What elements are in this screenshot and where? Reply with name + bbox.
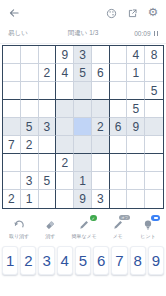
undo-label: 取り消す — [9, 233, 29, 239]
cell-r4c6[interactable] — [92, 100, 110, 118]
cell-r2c3[interactable]: 2 — [39, 64, 57, 82]
share-icon — [127, 8, 138, 19]
cell-r1c1[interactable] — [3, 46, 21, 64]
notes-label: メモ — [113, 233, 123, 239]
cell-r7c2[interactable] — [21, 154, 39, 172]
cell-r9c2[interactable]: 1 — [21, 190, 39, 208]
timer: 00:09 — [134, 30, 150, 37]
cell-r7c4[interactable]: 2 — [56, 154, 74, 172]
toolbar: 取り消す 消す ✓ 簡 — [0, 218, 166, 239]
cell-r5c9[interactable] — [145, 118, 163, 136]
cell-r5c5[interactable] — [74, 118, 92, 136]
cell-r8c6[interactable] — [92, 172, 110, 190]
cell-r3c3[interactable] — [39, 82, 57, 100]
cell-r3c7[interactable] — [110, 82, 128, 100]
pencil-icon — [78, 219, 90, 231]
numpad-key-4[interactable]: 4 — [57, 246, 73, 275]
cell-r9c3[interactable] — [39, 190, 57, 208]
cell-r6c6[interactable] — [92, 136, 110, 154]
numpad-key-1[interactable]: 1 — [2, 246, 18, 275]
top-icon-group: ⚙ — [106, 7, 158, 19]
cell-r3c6[interactable] — [92, 82, 110, 100]
difficulty-label: 易しい — [8, 29, 52, 38]
cell-r4c4[interactable] — [56, 100, 74, 118]
cell-r6c8[interactable] — [127, 136, 145, 154]
numpad-key-7[interactable]: 7 — [111, 246, 127, 275]
cell-r4c5[interactable] — [74, 100, 92, 118]
pause-button[interactable] — [154, 31, 159, 36]
erase-button[interactable]: 消す — [41, 218, 59, 239]
cell-r3c2[interactable] — [21, 82, 39, 100]
cell-r8c8[interactable] — [127, 172, 145, 190]
notes-button[interactable]: オフ メモ — [109, 218, 127, 239]
cell-r9c8[interactable] — [127, 190, 145, 208]
undo-button[interactable]: 取り消す — [9, 218, 29, 239]
cell-r8c4[interactable] — [56, 172, 74, 190]
cell-r4c8[interactable]: 5 — [127, 100, 145, 118]
cell-r4c2[interactable] — [21, 100, 39, 118]
hint-button[interactable]: ヒント — [139, 218, 157, 239]
numpad-key-3[interactable]: 3 — [38, 246, 54, 275]
cell-r6c2[interactable]: 2 — [21, 136, 39, 154]
cell-r5c3[interactable]: 3 — [39, 118, 57, 136]
cell-r4c1[interactable] — [3, 100, 21, 118]
palette-icon — [106, 8, 117, 19]
cell-r6c4[interactable] — [56, 136, 74, 154]
erase-label: 消す — [45, 233, 55, 239]
undo-icon — [13, 218, 26, 231]
cell-r5c1[interactable] — [3, 118, 21, 136]
cell-r8c2[interactable]: 3 — [21, 172, 39, 190]
gear-icon: ⚙ — [148, 7, 158, 19]
cell-r1c7[interactable] — [110, 46, 128, 64]
back-button[interactable] — [8, 7, 20, 19]
numpad-key-6[interactable]: 6 — [93, 246, 109, 275]
cell-r2c1[interactable] — [3, 64, 21, 82]
numpad-key-2[interactable]: 2 — [20, 246, 36, 275]
cell-r8c5[interactable]: 1 — [74, 172, 92, 190]
cell-r9c1[interactable]: 2 — [3, 190, 21, 208]
sudoku-board: 93482456155532697223512193 — [2, 45, 164, 209]
settings-button[interactable]: ⚙ — [148, 7, 158, 19]
cell-r4c3[interactable] — [39, 100, 57, 118]
cell-r6c5[interactable] — [74, 136, 92, 154]
smart-notes-label: 簡単なメモ — [71, 233, 96, 239]
cell-r2c6[interactable]: 6 — [92, 64, 110, 82]
cell-r8c9[interactable] — [145, 172, 163, 190]
cell-r7c8[interactable] — [127, 154, 145, 172]
cell-r7c6[interactable] — [92, 154, 110, 172]
cell-r9c5[interactable]: 9 — [74, 190, 92, 208]
cell-r1c3[interactable] — [39, 46, 57, 64]
cell-r2c7[interactable] — [110, 64, 128, 82]
mistakes-counter: 間違い 1/3 — [52, 29, 114, 38]
cell-r3c9[interactable]: 5 — [145, 82, 163, 100]
cell-r1c8[interactable]: 4 — [127, 46, 145, 64]
top-bar: ⚙ — [0, 0, 166, 26]
hint-ad-badge — [151, 215, 160, 221]
cell-r1c4[interactable]: 9 — [56, 46, 74, 64]
cell-r3c1[interactable] — [3, 82, 21, 100]
cell-r3c4[interactable] — [56, 82, 74, 100]
cell-r1c5[interactable]: 3 — [74, 46, 92, 64]
numpad-key-8[interactable]: 8 — [130, 246, 146, 275]
notes-off-badge: オフ — [119, 215, 130, 220]
cell-r5c4[interactable] — [56, 118, 74, 136]
cell-r2c8[interactable]: 1 — [127, 64, 145, 82]
smart-notes-button[interactable]: ✓ 簡単なメモ — [71, 218, 96, 239]
cell-r5c7[interactable]: 6 — [110, 118, 128, 136]
smart-notes-on-badge: ✓ — [90, 215, 97, 221]
cell-r2c9[interactable] — [145, 64, 163, 82]
cell-r4c9[interactable] — [145, 100, 163, 118]
theme-button[interactable] — [106, 8, 117, 19]
cell-r7c5[interactable] — [74, 154, 92, 172]
cell-r9c9[interactable] — [145, 190, 163, 208]
cell-r1c9[interactable]: 8 — [145, 46, 163, 64]
cell-r6c1[interactable]: 7 — [3, 136, 21, 154]
cell-r6c3[interactable] — [39, 136, 57, 154]
cell-r3c5[interactable] — [74, 82, 92, 100]
eraser-icon — [44, 218, 57, 231]
cell-r5c6[interactable]: 2 — [92, 118, 110, 136]
cell-r8c7[interactable] — [110, 172, 128, 190]
pencil-icon — [112, 219, 124, 231]
sudoku-app: ⚙ 易しい 間違い 1/3 00:09 93482456155532697223… — [0, 0, 166, 296]
cell-r2c4[interactable]: 4 — [56, 64, 74, 82]
cell-r6c7[interactable] — [110, 136, 128, 154]
cell-r7c7[interactable] — [110, 154, 128, 172]
cell-r8c3[interactable]: 5 — [39, 172, 57, 190]
cell-r7c9[interactable] — [145, 154, 163, 172]
cell-r2c5[interactable]: 5 — [74, 64, 92, 82]
hint-label: ヒント — [140, 233, 155, 239]
cell-r6c9[interactable] — [145, 136, 163, 154]
share-button[interactable] — [127, 8, 138, 19]
cell-r7c1[interactable] — [3, 154, 21, 172]
cell-r1c6[interactable] — [92, 46, 110, 64]
number-pad: 123456789 — [0, 246, 166, 275]
status-row: 易しい 間違い 1/3 00:09 — [0, 26, 166, 44]
cell-r9c7[interactable] — [110, 190, 128, 208]
cell-r5c8[interactable]: 9 — [127, 118, 145, 136]
cell-r2c2[interactable] — [21, 64, 39, 82]
numpad-key-9[interactable]: 9 — [148, 246, 164, 275]
cell-r7c3[interactable] — [39, 154, 57, 172]
back-arrow-icon — [8, 7, 20, 19]
cell-r1c2[interactable] — [21, 46, 39, 64]
cell-r8c1[interactable] — [3, 172, 21, 190]
cell-r9c6[interactable]: 3 — [92, 190, 110, 208]
cell-r5c2[interactable]: 5 — [21, 118, 39, 136]
cell-r4c7[interactable] — [110, 100, 128, 118]
numpad-key-5[interactable]: 5 — [75, 246, 91, 275]
cell-r9c4[interactable] — [56, 190, 74, 208]
video-ad-icon — [154, 217, 158, 220]
cell-r3c8[interactable] — [127, 82, 145, 100]
